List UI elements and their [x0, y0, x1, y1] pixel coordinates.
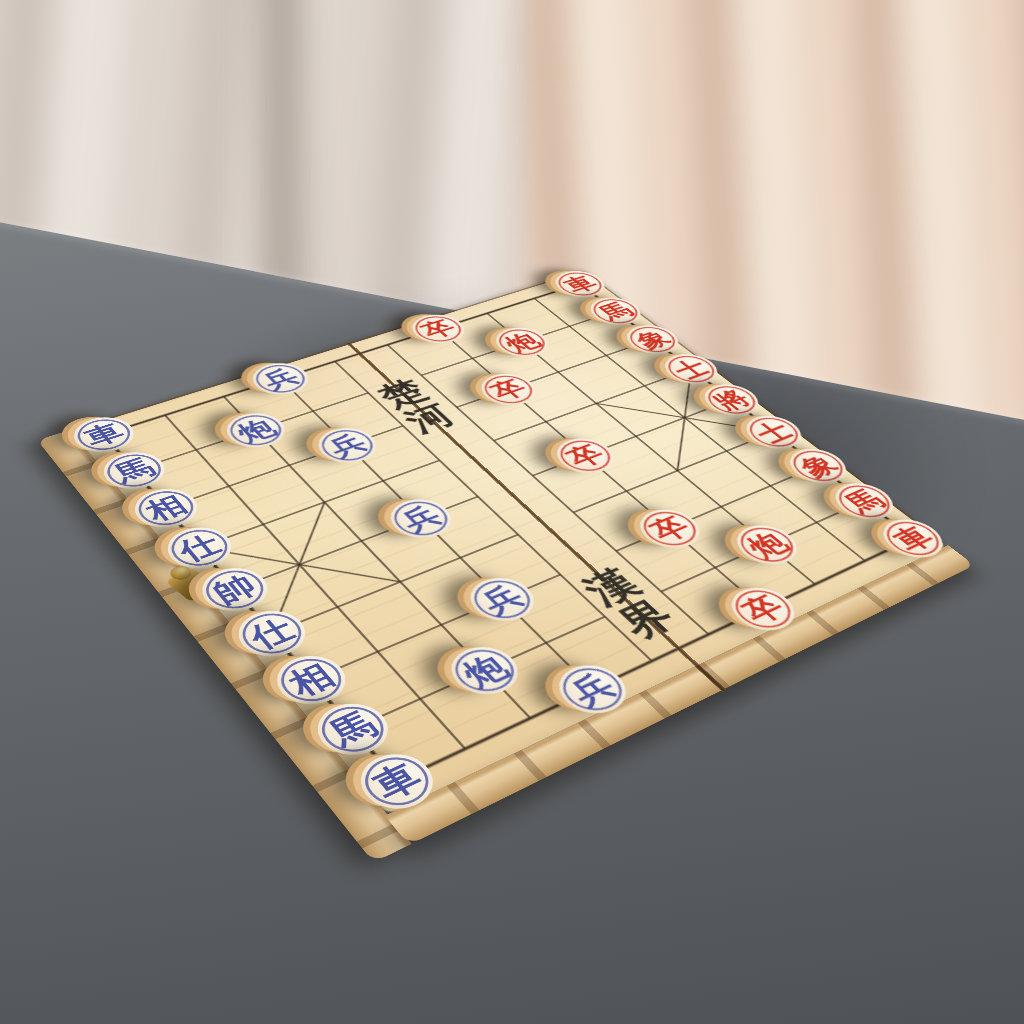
- piece-character: 相: [137, 488, 195, 528]
- piece-red-cannon[interactable]: 炮: [486, 323, 558, 362]
- piece-red-cannon[interactable]: 炮: [725, 519, 809, 572]
- piece-character: 相: [279, 655, 345, 705]
- piece-red-soldier[interactable]: 卒: [471, 368, 546, 410]
- piece-character: 卒: [413, 314, 464, 343]
- piece-character: 馬: [319, 703, 387, 756]
- piece-character: 車: [77, 417, 132, 453]
- piece-character: 馬: [106, 452, 162, 490]
- piece-character: 卒: [640, 509, 700, 549]
- piece-character: 帥: [204, 567, 266, 611]
- piece-character: 炮: [228, 413, 283, 448]
- piece-character: 兵: [254, 363, 307, 395]
- piece-blue-soldier[interactable]: 兵: [379, 493, 462, 545]
- piece-character: 兵: [471, 577, 534, 621]
- piece-character: 炮: [736, 525, 797, 565]
- piece-blue-cannon[interactable]: 炮: [217, 407, 296, 453]
- piece-red-soldier[interactable]: 卒: [628, 503, 711, 555]
- piece-character: 車: [362, 753, 432, 809]
- piece-character: 兵: [320, 428, 376, 464]
- scene: 楚 河 漢 界 車馬象士將士象馬車炮炮卒卒卒卒卒車馬相仕帥仕相馬車炮炮兵兵兵: [0, 0, 1024, 1024]
- piece-character: 炮: [452, 646, 518, 695]
- piece-blue-soldier[interactable]: 兵: [458, 571, 546, 629]
- piece-blue-soldier[interactable]: 兵: [308, 422, 387, 469]
- piece-character: 卒: [731, 587, 795, 631]
- piece-blue-cannon[interactable]: 炮: [438, 639, 531, 703]
- piece-character: 仕: [240, 610, 304, 657]
- piece-red-soldier[interactable]: 卒: [546, 433, 625, 480]
- piece-character: 仕: [170, 527, 230, 569]
- piece-character: 兵: [391, 499, 450, 539]
- piece-character: 炮: [496, 327, 548, 357]
- piece-character: 卒: [557, 438, 614, 474]
- piece-character: 卒: [482, 373, 536, 405]
- piece-character: 兵: [559, 665, 626, 715]
